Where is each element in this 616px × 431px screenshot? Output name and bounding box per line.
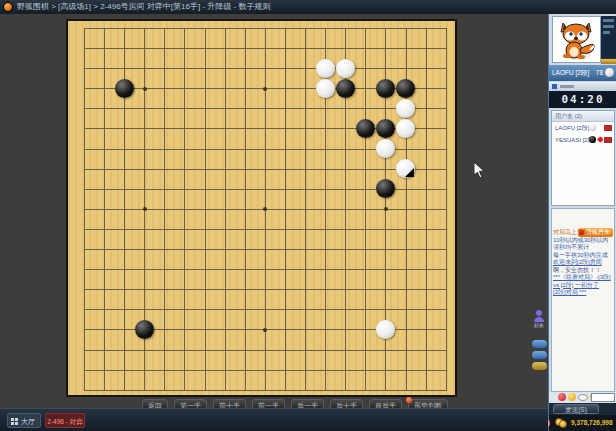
white-stone-R14 — [396, 119, 415, 138]
player-list-header: 用户名 (2) — [552, 111, 614, 122]
info-text-line — [603, 25, 614, 28]
white-stone-Q4 — [376, 320, 395, 339]
chat-message: 每一手棋30秒内完成 — [553, 252, 614, 260]
white-stone-R12 — [396, 159, 415, 178]
fox-mascot-image — [553, 17, 600, 62]
chat-panel[interactable]: 野狐丹朱 对局马上开始10秒以内或30秒以内读秒均不累计每一手棋30秒内完成欢迎… — [551, 208, 615, 392]
title-bar: 野狐围棋 > [高级场1] > 2-496号房间 对弈中[第16手] - 升降级… — [0, 0, 616, 14]
white-stone-O17 — [336, 59, 355, 78]
window-title: 野狐围棋 > [高级场1] > 2-496号房间 对弈中[第16手] - 升降级… — [17, 0, 270, 14]
star-point — [263, 87, 267, 91]
star-point — [263, 207, 267, 211]
white-stone-Q13 — [376, 139, 395, 158]
white-stone-R15 — [396, 99, 415, 118]
send-button[interactable]: 发送(S) — [553, 404, 599, 414]
player-list-row[interactable]: LAOFU [2段] — [552, 122, 614, 134]
send-bar: 发送(S) — [549, 403, 616, 415]
black-stone-icon — [589, 136, 596, 143]
player-name: LAOFU [2段] — [552, 69, 589, 76]
info-text-line — [603, 31, 610, 34]
emoticon-icon[interactable] — [568, 393, 576, 401]
player-score: 78 — [596, 65, 603, 81]
player-name-bar: LAOFU [2段] 78 — [549, 65, 616, 81]
white-stone-N16 — [316, 79, 335, 98]
coin-balance: 9,378,726,998 — [571, 419, 613, 426]
app-logo-icon — [3, 2, 13, 12]
last-move-marker — [405, 168, 414, 177]
star-point — [384, 207, 388, 211]
info-text-line — [603, 19, 614, 22]
player-list: 用户名 (2) LAOFU [2段]YESUASI [2段] — [551, 110, 615, 206]
quick-icon-column: 好友 — [530, 310, 548, 373]
quick-pill-button-3[interactable] — [532, 362, 547, 370]
bottom-task-bar: 大厅 2-496 - 对弈 — [0, 408, 548, 431]
timer-ticks — [560, 85, 574, 88]
coins-icon — [555, 418, 567, 428]
white-stone-N17 — [316, 59, 335, 78]
game-sidebar: LAOFU [2段] 78 04:20 用户名 (2) LAOFU [2段]YE… — [548, 14, 616, 431]
country-flag-icon — [604, 125, 612, 131]
go-board[interactable] — [66, 19, 457, 397]
star-point — [263, 328, 267, 332]
lobby-grid-icon — [11, 418, 18, 425]
chat-input[interactable] — [591, 393, 615, 402]
white-stone-icon — [589, 124, 596, 131]
board-area: 返回第一手前十手前一手后一手后十手最后手形势判断 好友 — [0, 14, 548, 408]
black-stone-Q14 — [376, 119, 395, 138]
player-list-row[interactable]: YESUASI [2段] — [552, 134, 614, 146]
tab-lobby[interactable]: 大厅 — [7, 413, 41, 428]
board-grid[interactable] — [84, 28, 447, 391]
quick-pill-button-1[interactable] — [532, 340, 547, 348]
chat-message: 对局马上开始 — [553, 229, 614, 237]
chat-message: 10秒以内或30秒以内读秒均不累计 — [553, 237, 614, 252]
notification-dot — [406, 397, 412, 403]
fox-go-client-window: 野狐围棋 > [高级场1] > 2-496号房间 对弈中[第16手] - 升降级… — [0, 0, 616, 431]
tab-current-game[interactable]: 2-496 - 对弈 — [45, 413, 85, 428]
experience-bar — [601, 58, 616, 64]
chat-message: [2段]对局 *** — [553, 289, 614, 297]
black-stone-D4 — [135, 320, 154, 339]
star-point — [143, 87, 147, 91]
game-clock: 04:20 — [549, 91, 616, 108]
mouse-cursor — [474, 162, 486, 180]
star-point — [143, 207, 147, 211]
black-stone-C16 — [115, 79, 134, 98]
timer-header — [549, 82, 616, 91]
lobby-tab-label: 大厅 — [21, 418, 35, 425]
friends-icon[interactable] — [536, 310, 542, 316]
chat-message: 欢迎来到[2段]房间 — [553, 259, 614, 267]
black-stone-R16 — [396, 79, 415, 98]
quick-pill-button-2[interactable] — [532, 351, 547, 359]
player-avatar[interactable] — [552, 16, 601, 63]
black-stone-P14 — [356, 119, 375, 138]
sticker-icon[interactable] — [578, 394, 588, 401]
chat-message: 啊，安全勿扰！！ — [553, 267, 614, 275]
player-info-panel — [601, 16, 616, 63]
timer-mode-icon — [552, 84, 557, 89]
chat-message: ***《联赛对局》-[3段] vs [2段] 一积分了 — [553, 274, 614, 289]
record-icon[interactable] — [558, 393, 566, 401]
wallet-row: 9,378,726,998 — [549, 415, 616, 431]
white-stone-icon — [605, 68, 614, 77]
black-stone-Q11 — [376, 179, 395, 198]
black-stone-Q16 — [376, 79, 395, 98]
friends-label: 好友 — [530, 322, 548, 328]
player-list-name: LAOFU [2段] — [555, 125, 589, 131]
country-flag-icon — [604, 137, 612, 143]
black-stone-O16 — [336, 79, 355, 98]
location-pin-icon — [597, 136, 604, 143]
